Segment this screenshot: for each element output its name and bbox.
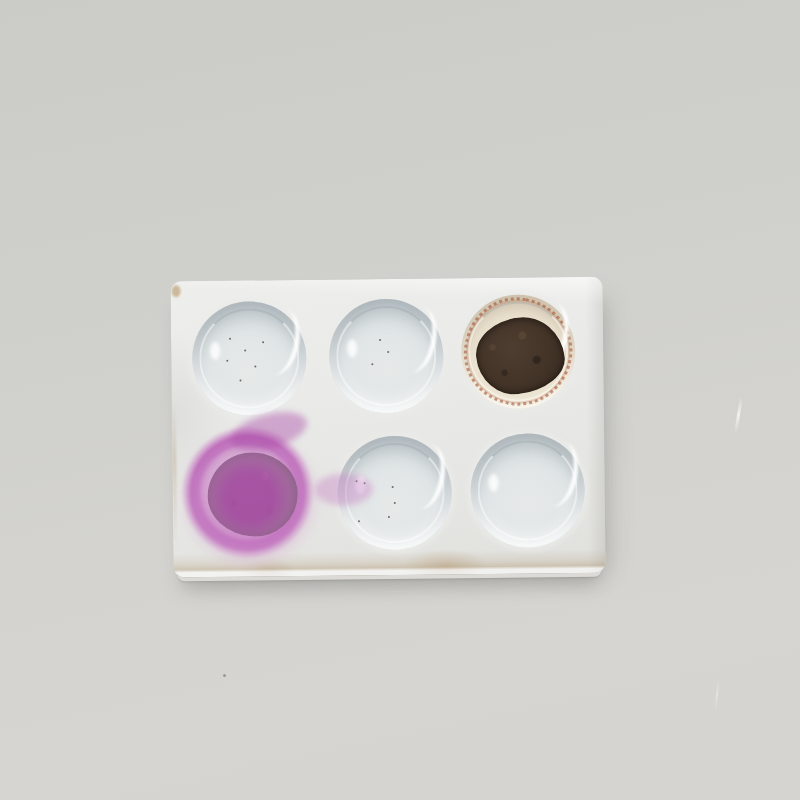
dust-speck <box>223 674 226 677</box>
well-top-right <box>453 286 584 417</box>
well-top-center <box>321 290 452 421</box>
corner-chip <box>172 285 181 297</box>
glaze-highlight <box>488 474 498 492</box>
well-top-left <box>184 293 315 424</box>
photo-background <box>0 0 800 800</box>
surface-scratch <box>714 679 719 711</box>
pigment-specks <box>184 293 315 424</box>
pigment-specks <box>321 290 452 421</box>
surface-scratch <box>734 397 743 433</box>
well-bottom-right <box>462 425 593 556</box>
palette <box>170 277 605 578</box>
